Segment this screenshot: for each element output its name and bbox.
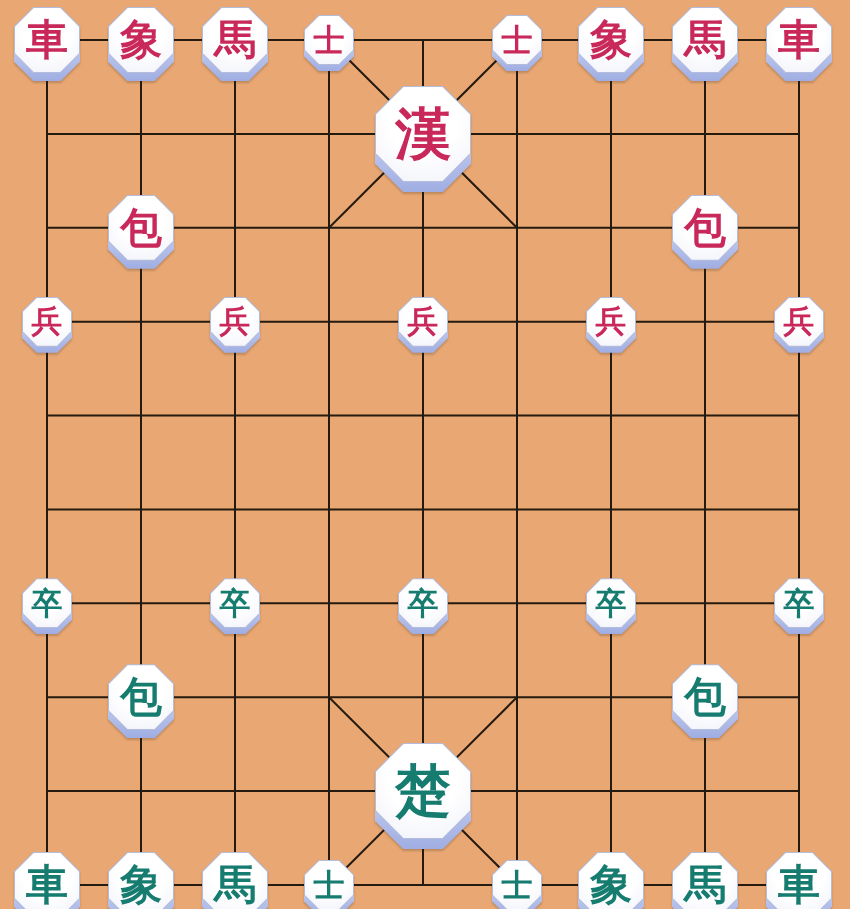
piece-cho-chariot[interactable]: 車 xyxy=(14,852,80,909)
piece-cho-cannon[interactable]: 包 xyxy=(672,664,738,738)
janggi-board[interactable]: 車象馬士士象馬車漢包包兵兵兵兵兵卒卒卒卒卒包包楚車象馬士士象馬車 xyxy=(0,0,850,909)
piece-cho-chariot[interactable]: 車 xyxy=(766,852,832,909)
piece-han-soldier[interactable]: 兵 xyxy=(210,297,260,353)
piece-han-horse[interactable]: 馬 xyxy=(672,7,738,81)
piece-glyph-horse: 馬 xyxy=(202,852,268,909)
piece-glyph-king: 楚 xyxy=(375,743,471,839)
piece-cho-horse[interactable]: 馬 xyxy=(672,852,738,909)
piece-glyph-chariot: 車 xyxy=(14,852,80,909)
piece-glyph-horse: 馬 xyxy=(202,7,268,73)
piece-glyph-soldier: 兵 xyxy=(210,297,260,347)
piece-cho-soldier[interactable]: 卒 xyxy=(586,578,636,634)
piece-han-guard[interactable]: 士 xyxy=(304,15,354,71)
piece-glyph-guard: 士 xyxy=(304,15,354,65)
piece-cho-horse[interactable]: 馬 xyxy=(202,852,268,909)
piece-han-soldier[interactable]: 兵 xyxy=(774,297,824,353)
piece-glyph-soldier: 兵 xyxy=(774,297,824,347)
piece-glyph-cannon: 包 xyxy=(672,195,738,261)
piece-han-soldier[interactable]: 兵 xyxy=(22,297,72,353)
piece-cho-elephant[interactable]: 象 xyxy=(578,852,644,909)
piece-han-elephant[interactable]: 象 xyxy=(578,7,644,81)
piece-glyph-chariot: 車 xyxy=(766,7,832,73)
piece-glyph-guard: 士 xyxy=(304,860,354,909)
piece-glyph-elephant: 象 xyxy=(578,7,644,73)
piece-glyph-cannon: 包 xyxy=(108,195,174,261)
piece-cho-soldier[interactable]: 卒 xyxy=(22,578,72,634)
piece-glyph-soldier: 兵 xyxy=(398,297,448,347)
piece-cho-cannon[interactable]: 包 xyxy=(108,664,174,738)
piece-cho-soldier[interactable]: 卒 xyxy=(210,578,260,634)
piece-glyph-horse: 馬 xyxy=(672,852,738,909)
piece-han-cannon[interactable]: 包 xyxy=(672,195,738,269)
piece-han-guard[interactable]: 士 xyxy=(492,15,542,71)
piece-glyph-chariot: 車 xyxy=(14,7,80,73)
piece-cho-soldier[interactable]: 卒 xyxy=(398,578,448,634)
piece-han-soldier[interactable]: 兵 xyxy=(586,297,636,353)
piece-han-cannon[interactable]: 包 xyxy=(108,195,174,269)
piece-glyph-soldier: 卒 xyxy=(586,578,636,628)
piece-glyph-elephant: 象 xyxy=(108,7,174,73)
piece-glyph-guard: 士 xyxy=(492,15,542,65)
piece-cho-elephant[interactable]: 象 xyxy=(108,852,174,909)
piece-glyph-chariot: 車 xyxy=(766,852,832,909)
piece-glyph-soldier: 卒 xyxy=(210,578,260,628)
piece-han-chariot[interactable]: 車 xyxy=(14,7,80,81)
piece-glyph-elephant: 象 xyxy=(578,852,644,909)
piece-han-elephant[interactable]: 象 xyxy=(108,7,174,81)
piece-glyph-guard: 士 xyxy=(492,860,542,909)
piece-cho-guard[interactable]: 士 xyxy=(304,860,354,909)
piece-glyph-soldier: 卒 xyxy=(22,578,72,628)
piece-glyph-soldier: 卒 xyxy=(398,578,448,628)
piece-glyph-king: 漢 xyxy=(375,86,471,182)
piece-han-horse[interactable]: 馬 xyxy=(202,7,268,81)
piece-han-soldier[interactable]: 兵 xyxy=(398,297,448,353)
piece-glyph-cannon: 包 xyxy=(672,664,738,730)
piece-han-king[interactable]: 漢 xyxy=(375,86,471,192)
piece-glyph-soldier: 卒 xyxy=(774,578,824,628)
piece-glyph-soldier: 兵 xyxy=(22,297,72,347)
piece-glyph-cannon: 包 xyxy=(108,664,174,730)
piece-glyph-horse: 馬 xyxy=(672,7,738,73)
piece-cho-king[interactable]: 楚 xyxy=(375,743,471,849)
piece-cho-soldier[interactable]: 卒 xyxy=(774,578,824,634)
piece-han-chariot[interactable]: 車 xyxy=(766,7,832,81)
piece-glyph-elephant: 象 xyxy=(108,852,174,909)
piece-cho-guard[interactable]: 士 xyxy=(492,860,542,909)
piece-glyph-soldier: 兵 xyxy=(586,297,636,347)
